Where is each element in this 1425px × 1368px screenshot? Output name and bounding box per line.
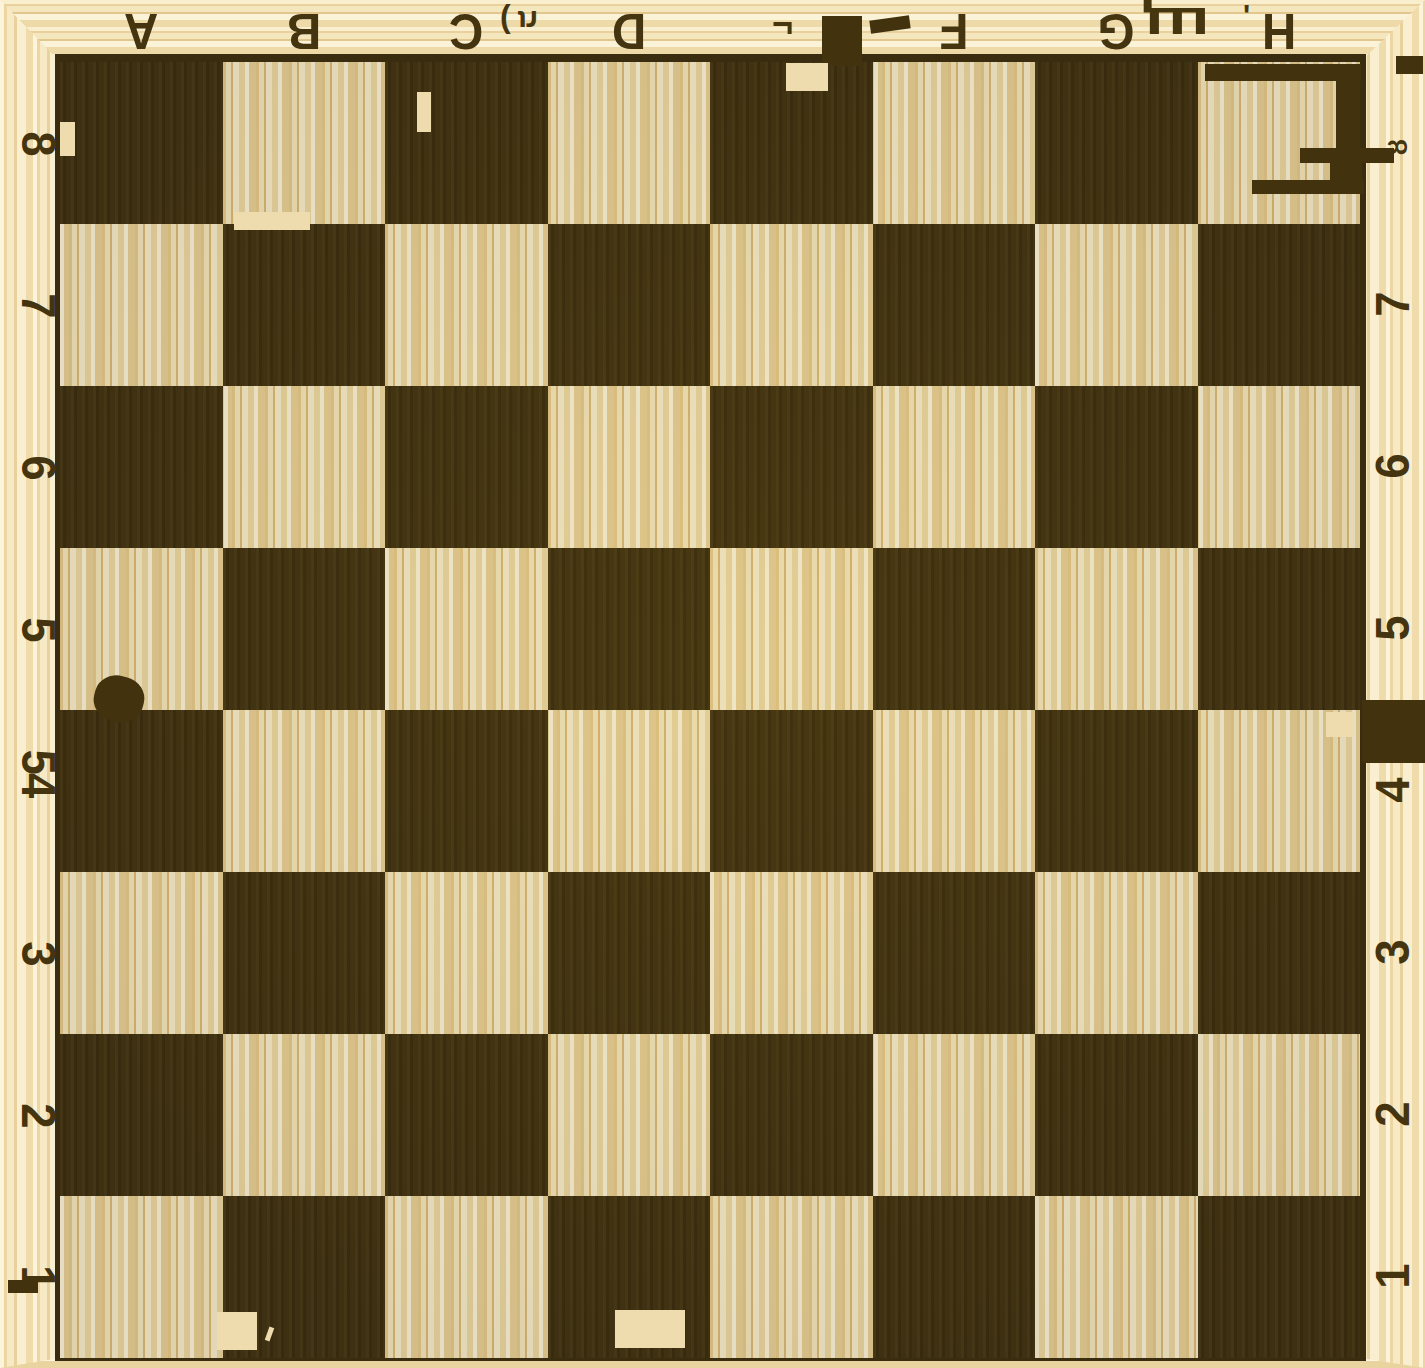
rank-label-right-4: 4 bbox=[1369, 761, 1417, 822]
square-g6[interactable] bbox=[1035, 386, 1198, 548]
square-d5[interactable] bbox=[548, 548, 711, 710]
glitch-tick-fragment: ' bbox=[1243, 0, 1250, 30]
square-f1[interactable] bbox=[873, 1196, 1036, 1358]
square-d7[interactable] bbox=[548, 224, 711, 386]
square-b6[interactable] bbox=[223, 386, 386, 548]
square-g7[interactable] bbox=[1035, 224, 1198, 386]
square-h1[interactable] bbox=[1198, 1196, 1361, 1358]
square-h7[interactable] bbox=[1198, 224, 1361, 386]
square-e1[interactable] bbox=[710, 1196, 873, 1358]
square-h2[interactable] bbox=[1198, 1034, 1361, 1196]
file-label-h: H bbox=[1250, 7, 1307, 55]
a8-edge-notch bbox=[60, 122, 75, 156]
d1-light-notch bbox=[615, 1310, 685, 1348]
square-e2[interactable] bbox=[710, 1034, 873, 1196]
chessboard-photo: ABCDFGH 876554321 7654321 (ɾɩ¬Щ'ȣ bbox=[0, 0, 1425, 1368]
square-d4[interactable] bbox=[548, 710, 711, 872]
rank-label-left-1: 1 bbox=[14, 1247, 62, 1308]
rank-label-right-3: 3 bbox=[1369, 923, 1417, 984]
square-d3[interactable] bbox=[548, 872, 711, 1034]
square-g8[interactable] bbox=[1035, 62, 1198, 224]
square-h3[interactable] bbox=[1198, 872, 1361, 1034]
file-label-b: B bbox=[275, 7, 332, 55]
square-a8[interactable] bbox=[60, 62, 223, 224]
rank-label-left-8: 8 bbox=[14, 113, 62, 174]
glitch-curl-fragment: ɾɩ bbox=[518, 6, 538, 36]
square-f5[interactable] bbox=[873, 548, 1036, 710]
rank-label-right-6: 6 bbox=[1369, 437, 1417, 498]
board-grid bbox=[55, 54, 1366, 1361]
file-label-f: F bbox=[925, 7, 982, 55]
square-f8[interactable] bbox=[873, 62, 1036, 224]
square-g3[interactable] bbox=[1035, 872, 1198, 1034]
square-c4[interactable] bbox=[385, 710, 548, 872]
rank-label-right-5: 5 bbox=[1369, 599, 1417, 660]
glitch-comb-fragment: Щ bbox=[1143, 2, 1209, 38]
frame-top-edge bbox=[0, 0, 1425, 62]
file-label-a: A bbox=[113, 7, 170, 55]
c8-grain-streak bbox=[417, 92, 431, 132]
square-e3[interactable] bbox=[710, 872, 873, 1034]
square-b5[interactable] bbox=[223, 548, 386, 710]
square-b4[interactable] bbox=[223, 710, 386, 872]
rank-label-right-2: 2 bbox=[1369, 1085, 1417, 1146]
square-f6[interactable] bbox=[873, 386, 1036, 548]
h5-corner-notch bbox=[1326, 712, 1354, 737]
square-b2[interactable] bbox=[223, 1034, 386, 1196]
square-a6[interactable] bbox=[60, 386, 223, 548]
glitch-paren-fragment: ( bbox=[500, 0, 511, 32]
rank-label-left-4: 54 bbox=[14, 743, 62, 804]
square-a2[interactable] bbox=[60, 1034, 223, 1196]
square-c3[interactable] bbox=[385, 872, 548, 1034]
rank-label-left-6: 6 bbox=[14, 437, 62, 498]
rank-label-right-7: 7 bbox=[1369, 275, 1417, 336]
square-c8[interactable] bbox=[385, 62, 548, 224]
square-g1[interactable] bbox=[1035, 1196, 1198, 1358]
rank-label-left-5: 5 bbox=[14, 599, 62, 660]
square-f7[interactable] bbox=[873, 224, 1036, 386]
square-a1[interactable] bbox=[60, 1196, 223, 1358]
square-g2[interactable] bbox=[1035, 1034, 1198, 1196]
square-e4[interactable] bbox=[710, 710, 873, 872]
square-c6[interactable] bbox=[385, 386, 548, 548]
square-g4[interactable] bbox=[1035, 710, 1198, 872]
square-d2[interactable] bbox=[548, 1034, 711, 1196]
square-a3[interactable] bbox=[60, 872, 223, 1034]
square-f2[interactable] bbox=[873, 1034, 1036, 1196]
glitch-e-bar bbox=[822, 16, 862, 66]
b7-jagged-edge bbox=[234, 212, 310, 230]
square-d8[interactable] bbox=[548, 62, 711, 224]
square-b3[interactable] bbox=[223, 872, 386, 1034]
square-e7[interactable] bbox=[710, 224, 873, 386]
file-label-d: D bbox=[600, 7, 657, 55]
square-f4[interactable] bbox=[873, 710, 1036, 872]
h8-foot-bar bbox=[1252, 180, 1364, 194]
bottom-left-border-tick bbox=[8, 1280, 38, 1293]
file-label-c: C bbox=[438, 7, 495, 55]
square-b7[interactable] bbox=[223, 224, 386, 386]
glitch-e-fragment: ¬ bbox=[772, 6, 793, 42]
file-label-g: G bbox=[1088, 7, 1145, 55]
square-c1[interactable] bbox=[385, 1196, 548, 1358]
top-right-border-tick bbox=[1396, 56, 1423, 74]
e8-light-notch bbox=[786, 63, 828, 91]
rank-label-left-3: 3 bbox=[14, 923, 62, 984]
square-c7[interactable] bbox=[385, 224, 548, 386]
square-f3[interactable] bbox=[873, 872, 1036, 1034]
square-c5[interactable] bbox=[385, 548, 548, 710]
square-b8[interactable] bbox=[223, 62, 386, 224]
rank-label-left-7: 7 bbox=[14, 275, 62, 336]
square-a4[interactable] bbox=[60, 710, 223, 872]
square-g5[interactable] bbox=[1035, 548, 1198, 710]
rank-label-right-1: 1 bbox=[1369, 1247, 1417, 1308]
square-h6[interactable] bbox=[1198, 386, 1361, 548]
square-a7[interactable] bbox=[60, 224, 223, 386]
b1-light-notch bbox=[217, 1312, 257, 1350]
square-a5[interactable] bbox=[60, 548, 223, 710]
square-e5[interactable] bbox=[710, 548, 873, 710]
square-d6[interactable] bbox=[548, 386, 711, 548]
square-e6[interactable] bbox=[710, 386, 873, 548]
right-border-patch bbox=[1362, 700, 1425, 763]
square-h5[interactable] bbox=[1198, 548, 1361, 710]
rank-label-left-2: 2 bbox=[14, 1085, 62, 1146]
square-c2[interactable] bbox=[385, 1034, 548, 1196]
